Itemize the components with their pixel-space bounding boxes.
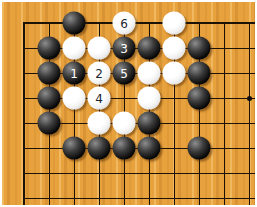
white-stone (113, 112, 136, 135)
black-stone-move-1: 1 (63, 62, 86, 85)
white-stone (138, 87, 161, 110)
move-number-label: 2 (95, 67, 103, 79)
black-stone (188, 87, 211, 110)
white-stone (163, 62, 186, 85)
black-stone (188, 62, 211, 85)
white-stone-move-6: 6 (113, 12, 136, 35)
black-stone (138, 37, 161, 60)
black-stone (38, 62, 61, 85)
black-stone (63, 137, 86, 160)
move-number-label: 4 (95, 92, 103, 104)
black-stone-move-5: 5 (113, 62, 136, 85)
go-board[interactable]: 631254 (2, 2, 255, 205)
black-stone (38, 112, 61, 135)
black-stone (138, 112, 161, 135)
move-number-label: 3 (120, 42, 128, 54)
grid-line-vertical (23, 22, 25, 205)
white-stone (63, 87, 86, 110)
white-stone-move-2: 2 (88, 62, 111, 85)
grid-line-vertical (224, 22, 225, 205)
black-stone (38, 37, 61, 60)
white-stone (88, 112, 111, 135)
white-stone-move-4: 4 (88, 87, 111, 110)
black-stone (38, 87, 61, 110)
white-stone (63, 37, 86, 60)
grid-line-horizontal (23, 173, 255, 174)
grid-line-horizontal (23, 198, 255, 199)
white-stone (138, 62, 161, 85)
black-stone (113, 137, 136, 160)
black-stone (88, 137, 111, 160)
grid-line-vertical (249, 22, 250, 205)
black-stone (138, 137, 161, 160)
black-stone (188, 137, 211, 160)
move-number-label: 1 (70, 67, 78, 79)
black-stone (188, 37, 211, 60)
black-stone-move-3: 3 (113, 37, 136, 60)
move-number-label: 5 (120, 67, 128, 79)
black-stone (63, 12, 86, 35)
grid-line-horizontal (23, 22, 255, 24)
star-point (247, 96, 252, 101)
white-stone (163, 37, 186, 60)
move-number-label: 6 (120, 17, 128, 29)
go-diagram: 631254 (0, 0, 257, 207)
white-stone (88, 37, 111, 60)
white-stone (163, 12, 186, 35)
